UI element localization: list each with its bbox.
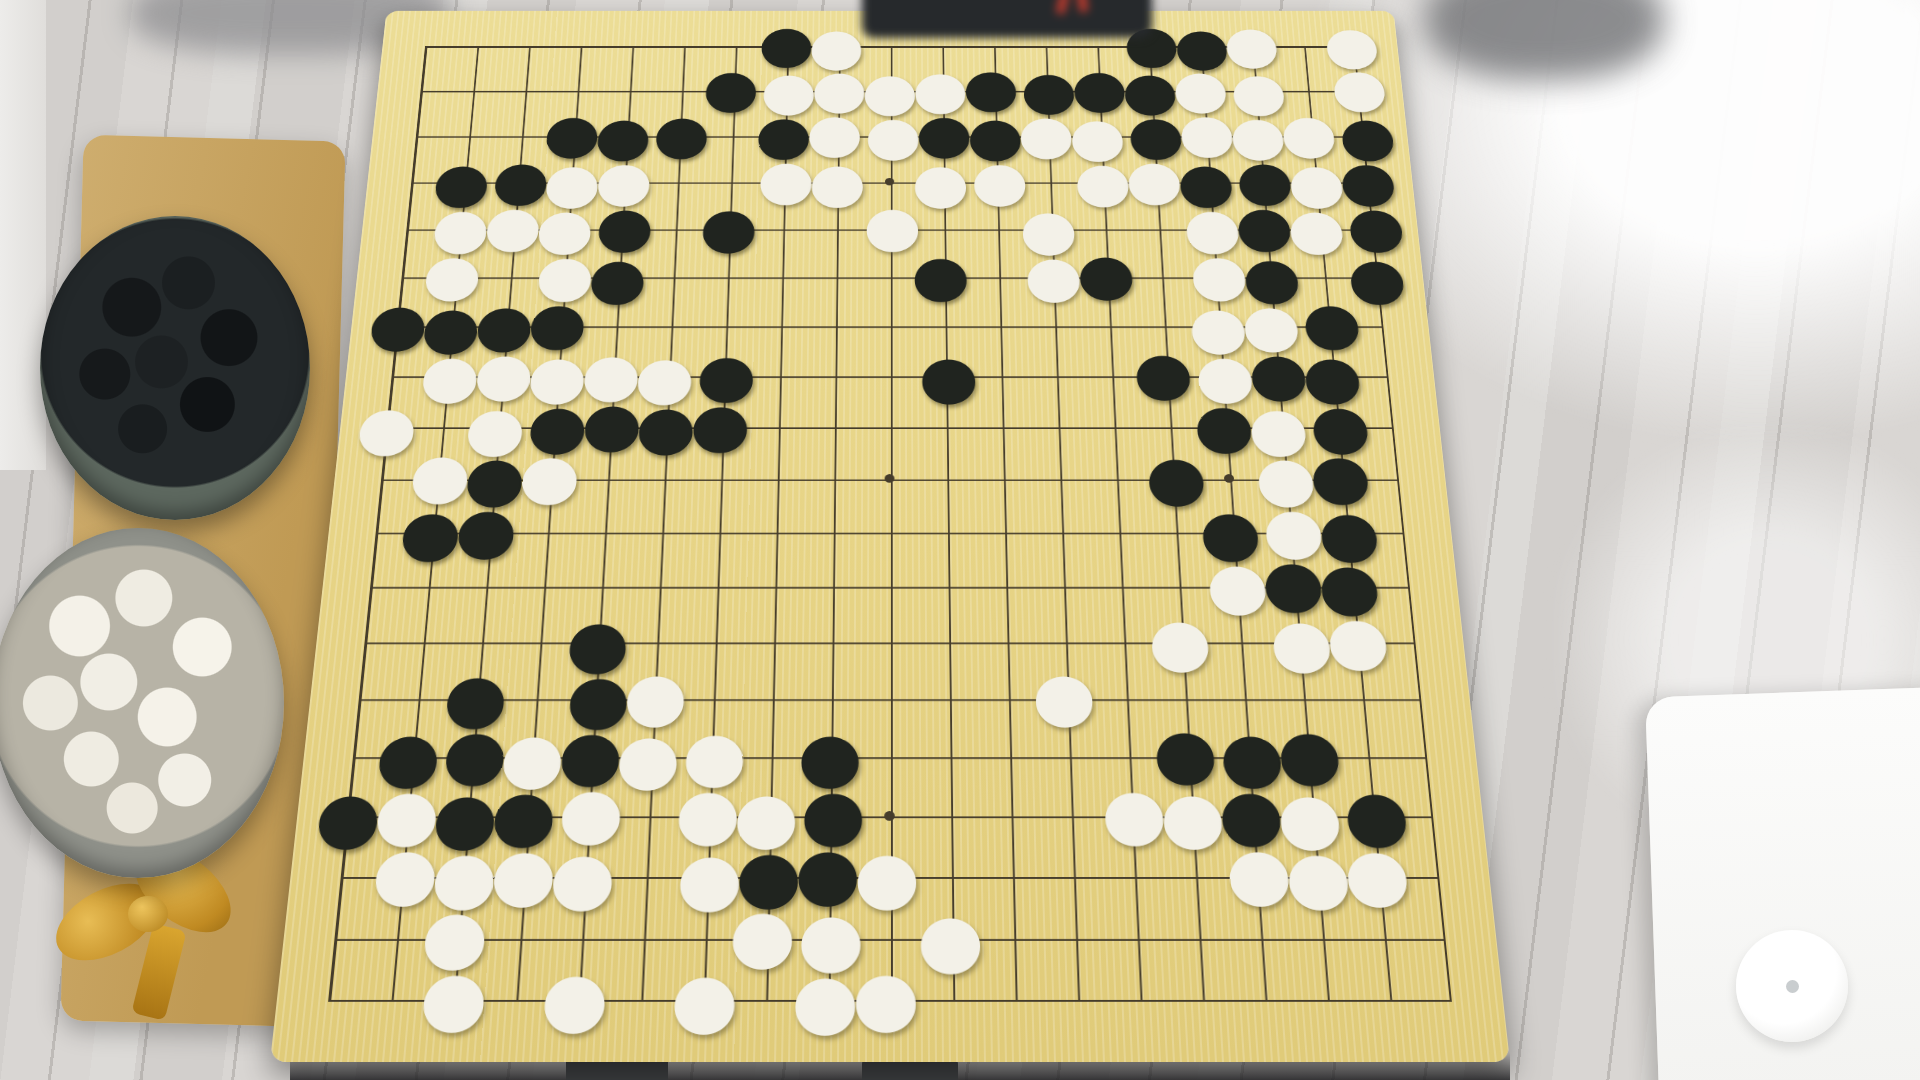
white-stone: ●: [1146, 610, 1213, 675]
point-c5-r11: [574, 505, 634, 559]
table-leg-right: [862, 1060, 958, 1080]
point-c8-r6: [754, 253, 809, 301]
black-stone-bowl: [40, 216, 310, 520]
point-c14-r6: ●: [1079, 253, 1135, 301]
point-c6-r5: [647, 205, 703, 252]
point-c6-r18: [611, 907, 676, 970]
point-c8-r5: [755, 205, 810, 252]
point-c14-r13: [1093, 614, 1154, 670]
point-c11-r8: ●: [917, 351, 973, 401]
star-point: [1224, 474, 1234, 483]
point-c9-r7: [807, 301, 862, 350]
red-marking: [1055, 0, 1069, 15]
point-c11-r19: [921, 970, 984, 1034]
go-board: ●●●●●●●●●●●●●●●●●●●●●●●●●●●●●●●●●●●●●●●●…: [270, 11, 1510, 1062]
point-c19-r16: [1400, 786, 1466, 846]
point-c5-r10: [577, 453, 637, 506]
white-stone: ●: [1031, 664, 1098, 731]
point-c4-r10: ●: [521, 453, 581, 506]
point-c4-r11: [517, 505, 578, 559]
point-c10-r6: [863, 253, 918, 301]
point-c8-r19: [733, 970, 797, 1034]
point-c4-r12: [513, 559, 574, 614]
point-c7-r6: [699, 253, 755, 301]
point-c13-r19: [1045, 970, 1110, 1034]
point-c11-r10: [918, 453, 975, 506]
point-c8-r11: [746, 505, 804, 559]
star-point: [885, 474, 895, 483]
point-c15-r18: [1166, 907, 1231, 970]
point-c1-r13: [332, 614, 396, 670]
point-c2-r2: [444, 68, 500, 113]
point-c9-r19: ●: [796, 970, 859, 1034]
point-c18-r19: [1355, 970, 1423, 1034]
white-stone: ●: [353, 398, 420, 458]
point-c17-r17: ●: [1284, 846, 1350, 907]
point-c8-r9: [749, 401, 806, 453]
point-c9-r12: [803, 559, 861, 614]
point-c12-r14: [978, 670, 1038, 727]
point-c6-r17: [614, 846, 678, 907]
point-c10-r9: [862, 401, 918, 453]
point-c12-r13: [977, 614, 1037, 670]
point-c6-r3: ●: [652, 113, 707, 159]
point-c9-r9: [806, 401, 863, 453]
red-marking: [1077, 0, 1089, 13]
point-c7-r17: ●: [675, 846, 738, 907]
point-c6-r6: [645, 253, 701, 301]
star-point: [885, 178, 894, 186]
point-c10-r13: [861, 614, 920, 670]
point-c3-r12: [455, 559, 517, 614]
point-c11-r9: [918, 401, 975, 453]
point-c9-r6: [808, 253, 863, 301]
point-c15-r5: [1130, 205, 1186, 252]
point-c13-r6: ●: [1025, 253, 1081, 301]
black-stone: ●: [1131, 344, 1195, 403]
point-c6-r19: [607, 970, 672, 1034]
point-c10-r11: [861, 505, 918, 559]
point-c10-r12: [861, 559, 919, 614]
point-c18-r18: [1350, 907, 1417, 970]
point-c4-r17: ●: [491, 846, 556, 907]
star-point: [885, 811, 896, 821]
point-c15-r16: ●: [1160, 786, 1224, 846]
point-c7-r3: [705, 113, 759, 159]
point-c14-r12: [1091, 559, 1151, 614]
point-c7-r2: ●: [707, 68, 761, 113]
point-c14-r19: [1107, 970, 1172, 1034]
point-c2-r13: [391, 614, 454, 670]
point-c13-r16: [1040, 786, 1102, 846]
point-c10-r14: [860, 670, 919, 727]
point-c11-r18: ●: [921, 907, 983, 970]
point-c16-r18: [1227, 907, 1293, 970]
dark-object-top: [862, 0, 1152, 38]
point-c13-r17: [1042, 846, 1105, 907]
black-stone: ●: [453, 500, 520, 563]
point-c6-r4: [649, 159, 704, 206]
point-c15-r8: ●: [1138, 351, 1196, 401]
white-stone: ●: [1341, 839, 1414, 910]
point-c1-r12: [338, 559, 401, 614]
point-c8-r7: [752, 301, 808, 350]
point-c19-r18: [1412, 907, 1480, 970]
point-c8-r4: ●: [756, 159, 810, 206]
black-stone: ●: [698, 201, 759, 256]
point-c7-r5: ●: [701, 205, 756, 252]
point-c7-r9: ●: [693, 401, 751, 453]
point-c14-r16: ●: [1100, 786, 1163, 846]
black-stone: ●: [586, 251, 648, 307]
point-c10-r17: ●: [859, 846, 920, 907]
point-c9-r13: [802, 614, 861, 670]
point-c9-r10: [805, 453, 862, 506]
point-c16-r17: ●: [1224, 846, 1289, 907]
point-c3-r1: [501, 24, 556, 68]
point-c15-r10: ●: [1143, 453, 1203, 506]
point-c6-r12: [629, 559, 689, 614]
point-c11-r14: [919, 670, 979, 727]
point-c19-r19: [1418, 970, 1487, 1034]
point-c13-r9: [1029, 401, 1087, 453]
point-c5-r17: ●: [552, 846, 616, 907]
point-c7-r13: [685, 614, 745, 670]
point-c13-r8: [1028, 351, 1085, 401]
point-c11-r12: [919, 559, 977, 614]
point-c10-r7: [862, 301, 917, 350]
point-c8-r12: [745, 559, 804, 614]
point-c10-r8: [862, 351, 918, 401]
white-stone: ●: [669, 964, 740, 1039]
air-freshener-puck: [1736, 930, 1848, 1042]
point-c2-r19: [356, 970, 424, 1034]
point-c6-r15: ●: [620, 727, 682, 786]
point-c19-r9: [1363, 401, 1424, 453]
point-c11-r13: [919, 614, 978, 670]
point-c13-r7: [1026, 301, 1082, 350]
point-c5-r19: ●: [545, 970, 611, 1034]
point-c13-r14: ●: [1037, 670, 1098, 727]
point-c4-r13: [508, 614, 570, 670]
point-c1-r7: ●: [367, 301, 427, 350]
white-stone: ●: [417, 962, 491, 1037]
point-c12-r7: [972, 301, 1028, 350]
point-c19-r17: [1406, 846, 1473, 907]
point-c12-r4: ●: [969, 159, 1023, 206]
white-stone-bowl: [0, 528, 284, 878]
point-c1-r17: [307, 846, 374, 907]
point-c1-r9: ●: [356, 401, 417, 453]
point-c10-r3: ●: [863, 113, 916, 159]
point-c2-r1: [449, 24, 505, 68]
point-c16-r19: [1231, 970, 1298, 1034]
bow-knot: [128, 896, 168, 932]
point-c19-r10: [1368, 453, 1430, 506]
point-c6-r9: ●: [637, 401, 695, 453]
white-stone: ●: [917, 905, 985, 978]
white-stone: ●: [1323, 608, 1393, 673]
point-c18-r14: [1330, 670, 1394, 727]
point-c11-r16: [920, 786, 981, 846]
point-c14-r4: ●: [1075, 159, 1130, 206]
point-c12-r17: [981, 846, 1043, 907]
white-stone: ●: [808, 156, 867, 210]
point-c7-r19: ●: [670, 970, 735, 1034]
point-c15-r6: [1133, 253, 1190, 301]
wall-edge: [0, 0, 46, 470]
point-c14-r7: [1081, 301, 1138, 350]
point-c11-r15: [920, 727, 980, 786]
point-c1-r1: [397, 24, 453, 68]
point-c18-r17: ●: [1345, 846, 1412, 907]
white-stone: ●: [756, 153, 815, 207]
point-c12-r16: [980, 786, 1042, 846]
point-c14-r18: [1105, 907, 1170, 970]
puck-center-dot: [1786, 980, 1799, 993]
point-c10-r19: ●: [859, 970, 922, 1034]
point-c7-r11: [689, 505, 748, 559]
point-c18-r5: ●: [1291, 205, 1349, 252]
point-c12-r11: [975, 505, 1033, 559]
point-c15-r13: ●: [1151, 614, 1213, 670]
point-c3-r19: ●: [419, 970, 486, 1034]
point-c11-r11: [918, 505, 976, 559]
white-stone: ●: [791, 965, 860, 1040]
point-c15-r17: [1163, 846, 1227, 907]
point-c7-r12: [687, 559, 747, 614]
point-c15-r19: [1169, 970, 1235, 1034]
point-c19-r12: [1378, 559, 1441, 614]
point-c6-r11: [631, 505, 691, 559]
point-c10-r15: [860, 727, 920, 786]
point-c12-r6: [971, 253, 1026, 301]
point-c13-r10: [1031, 453, 1089, 506]
point-c8-r8: [751, 351, 808, 401]
black-stone: ●: [1075, 247, 1137, 303]
point-c1-r19: [293, 970, 362, 1034]
point-c12-r5: [970, 205, 1025, 252]
point-c17-r13: ●: [1267, 614, 1330, 670]
point-c8-r14: [742, 670, 802, 727]
point-c1-r2: [392, 68, 449, 113]
point-c1-r16: ●: [314, 786, 380, 846]
point-c2-r12: [396, 559, 459, 614]
point-c13-r12: [1034, 559, 1094, 614]
point-c17-r18: [1289, 907, 1356, 970]
point-c11-r6: ●: [917, 253, 972, 301]
point-c12-r8: [973, 351, 1030, 401]
point-c10-r5: ●: [863, 205, 917, 252]
point-c5-r9: ●: [581, 401, 640, 453]
white-stone: ●: [517, 447, 583, 508]
point-c6-r16: [617, 786, 680, 846]
point-c3-r2: [497, 68, 553, 113]
black-stone: ●: [911, 248, 971, 304]
point-c14-r14: [1095, 670, 1157, 727]
point-c7-r10: [691, 453, 749, 506]
black-stone: ●: [918, 348, 979, 407]
point-c8-r10: [748, 453, 806, 506]
gold-gift-bow: [58, 852, 248, 1022]
point-c9-r5: [809, 205, 863, 252]
point-c12-r15: [979, 727, 1040, 786]
point-c4-r1: [553, 24, 608, 68]
point-c13-r11: [1032, 505, 1091, 559]
point-c19-r11: [1373, 505, 1436, 559]
point-c6-r1: [656, 24, 710, 68]
point-c19-r14: [1389, 670, 1454, 727]
point-c12-r9: [973, 401, 1030, 453]
point-c14-r10: [1087, 453, 1146, 506]
point-c8-r18: ●: [735, 907, 798, 970]
point-c16-r12: ●: [1206, 559, 1267, 614]
point-c12-r19: [983, 970, 1047, 1034]
black-stone: ●: [652, 109, 712, 162]
point-c14-r17: [1102, 846, 1166, 907]
white-stone: ●: [538, 963, 610, 1038]
point-c14-r11: [1089, 505, 1149, 559]
point-c9-r11: [804, 505, 862, 559]
point-c14-r9: [1085, 401, 1143, 453]
point-c13-r18: [1043, 907, 1107, 970]
black-stone: ●: [689, 395, 752, 455]
point-c9-r8: [806, 351, 862, 401]
point-c19-r7: [1353, 301, 1413, 350]
point-c8-r13: [743, 614, 803, 670]
point-c3-r11: ●: [459, 505, 520, 559]
point-c12-r12: [976, 559, 1035, 614]
point-c16-r13: [1209, 614, 1271, 670]
point-c5-r1: [604, 24, 658, 68]
point-c10-r10: [862, 453, 919, 506]
point-c18-r13: ●: [1325, 614, 1388, 670]
point-c13-r15: [1038, 727, 1100, 786]
point-c1-r18: [300, 907, 368, 970]
point-c12-r10: [974, 453, 1032, 506]
white-stone: ●: [547, 843, 618, 914]
stones-grid: ●●●●●●●●●●●●●●●●●●●●●●●●●●●●●●●●●●●●●●●●…: [293, 24, 1486, 1034]
point-c11-r4: ●: [916, 159, 970, 206]
point-c19-r13: [1383, 614, 1447, 670]
white-stone: ●: [852, 962, 921, 1037]
point-c6-r10: [634, 453, 693, 506]
point-c17-r19: [1293, 970, 1360, 1034]
point-c12-r18: [982, 907, 1045, 970]
point-c5-r6: ●: [590, 253, 647, 301]
point-c9-r4: ●: [810, 159, 864, 206]
